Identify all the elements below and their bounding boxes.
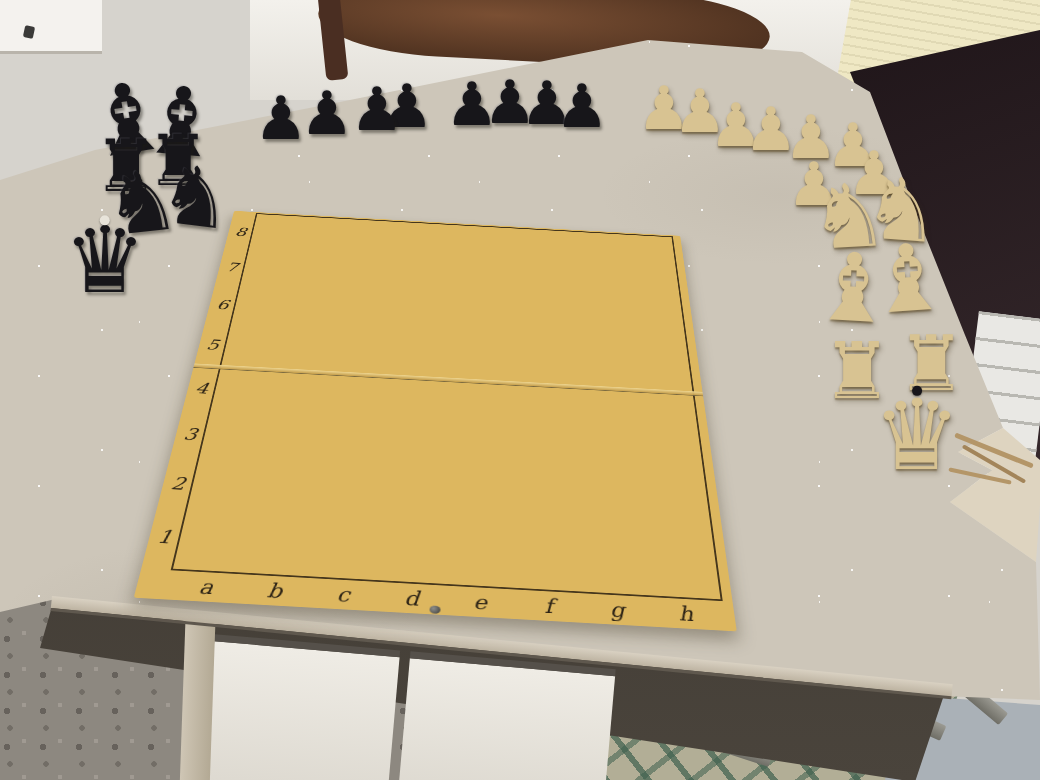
black-pawn[interactable]: ♟ (350, 79, 404, 139)
file-label-g: g (609, 598, 625, 621)
file-label-f: f (544, 595, 553, 618)
board-grid (177, 216, 718, 597)
drawer-front (202, 634, 400, 780)
scene: 87654321abcdefgh ♟♟♟♟♟♟♟♟♝♝♜♜♞♞♛♟♟♟♟♟♟♟♟… (0, 0, 1040, 780)
file-label-c: c (336, 583, 351, 606)
white-bishop[interactable]: ♝ (808, 239, 897, 337)
black-pawn[interactable]: ♟ (445, 74, 499, 134)
file-label-h: h (677, 602, 694, 626)
black-queen[interactable]: ♛ (64, 215, 146, 307)
file-label-e: e (473, 591, 487, 614)
black-pawn[interactable]: ♟ (254, 88, 308, 148)
black-pawn[interactable]: ♟ (300, 83, 354, 143)
white-queen-ball-finial (912, 386, 922, 396)
drawer-front (398, 651, 615, 780)
black-queen-ball-finial (100, 215, 110, 225)
white-queen[interactable]: ♛ (873, 386, 961, 484)
file-label-d: d (404, 587, 420, 610)
black-pawn[interactable]: ♟ (555, 76, 609, 136)
white-box (0, 0, 102, 54)
